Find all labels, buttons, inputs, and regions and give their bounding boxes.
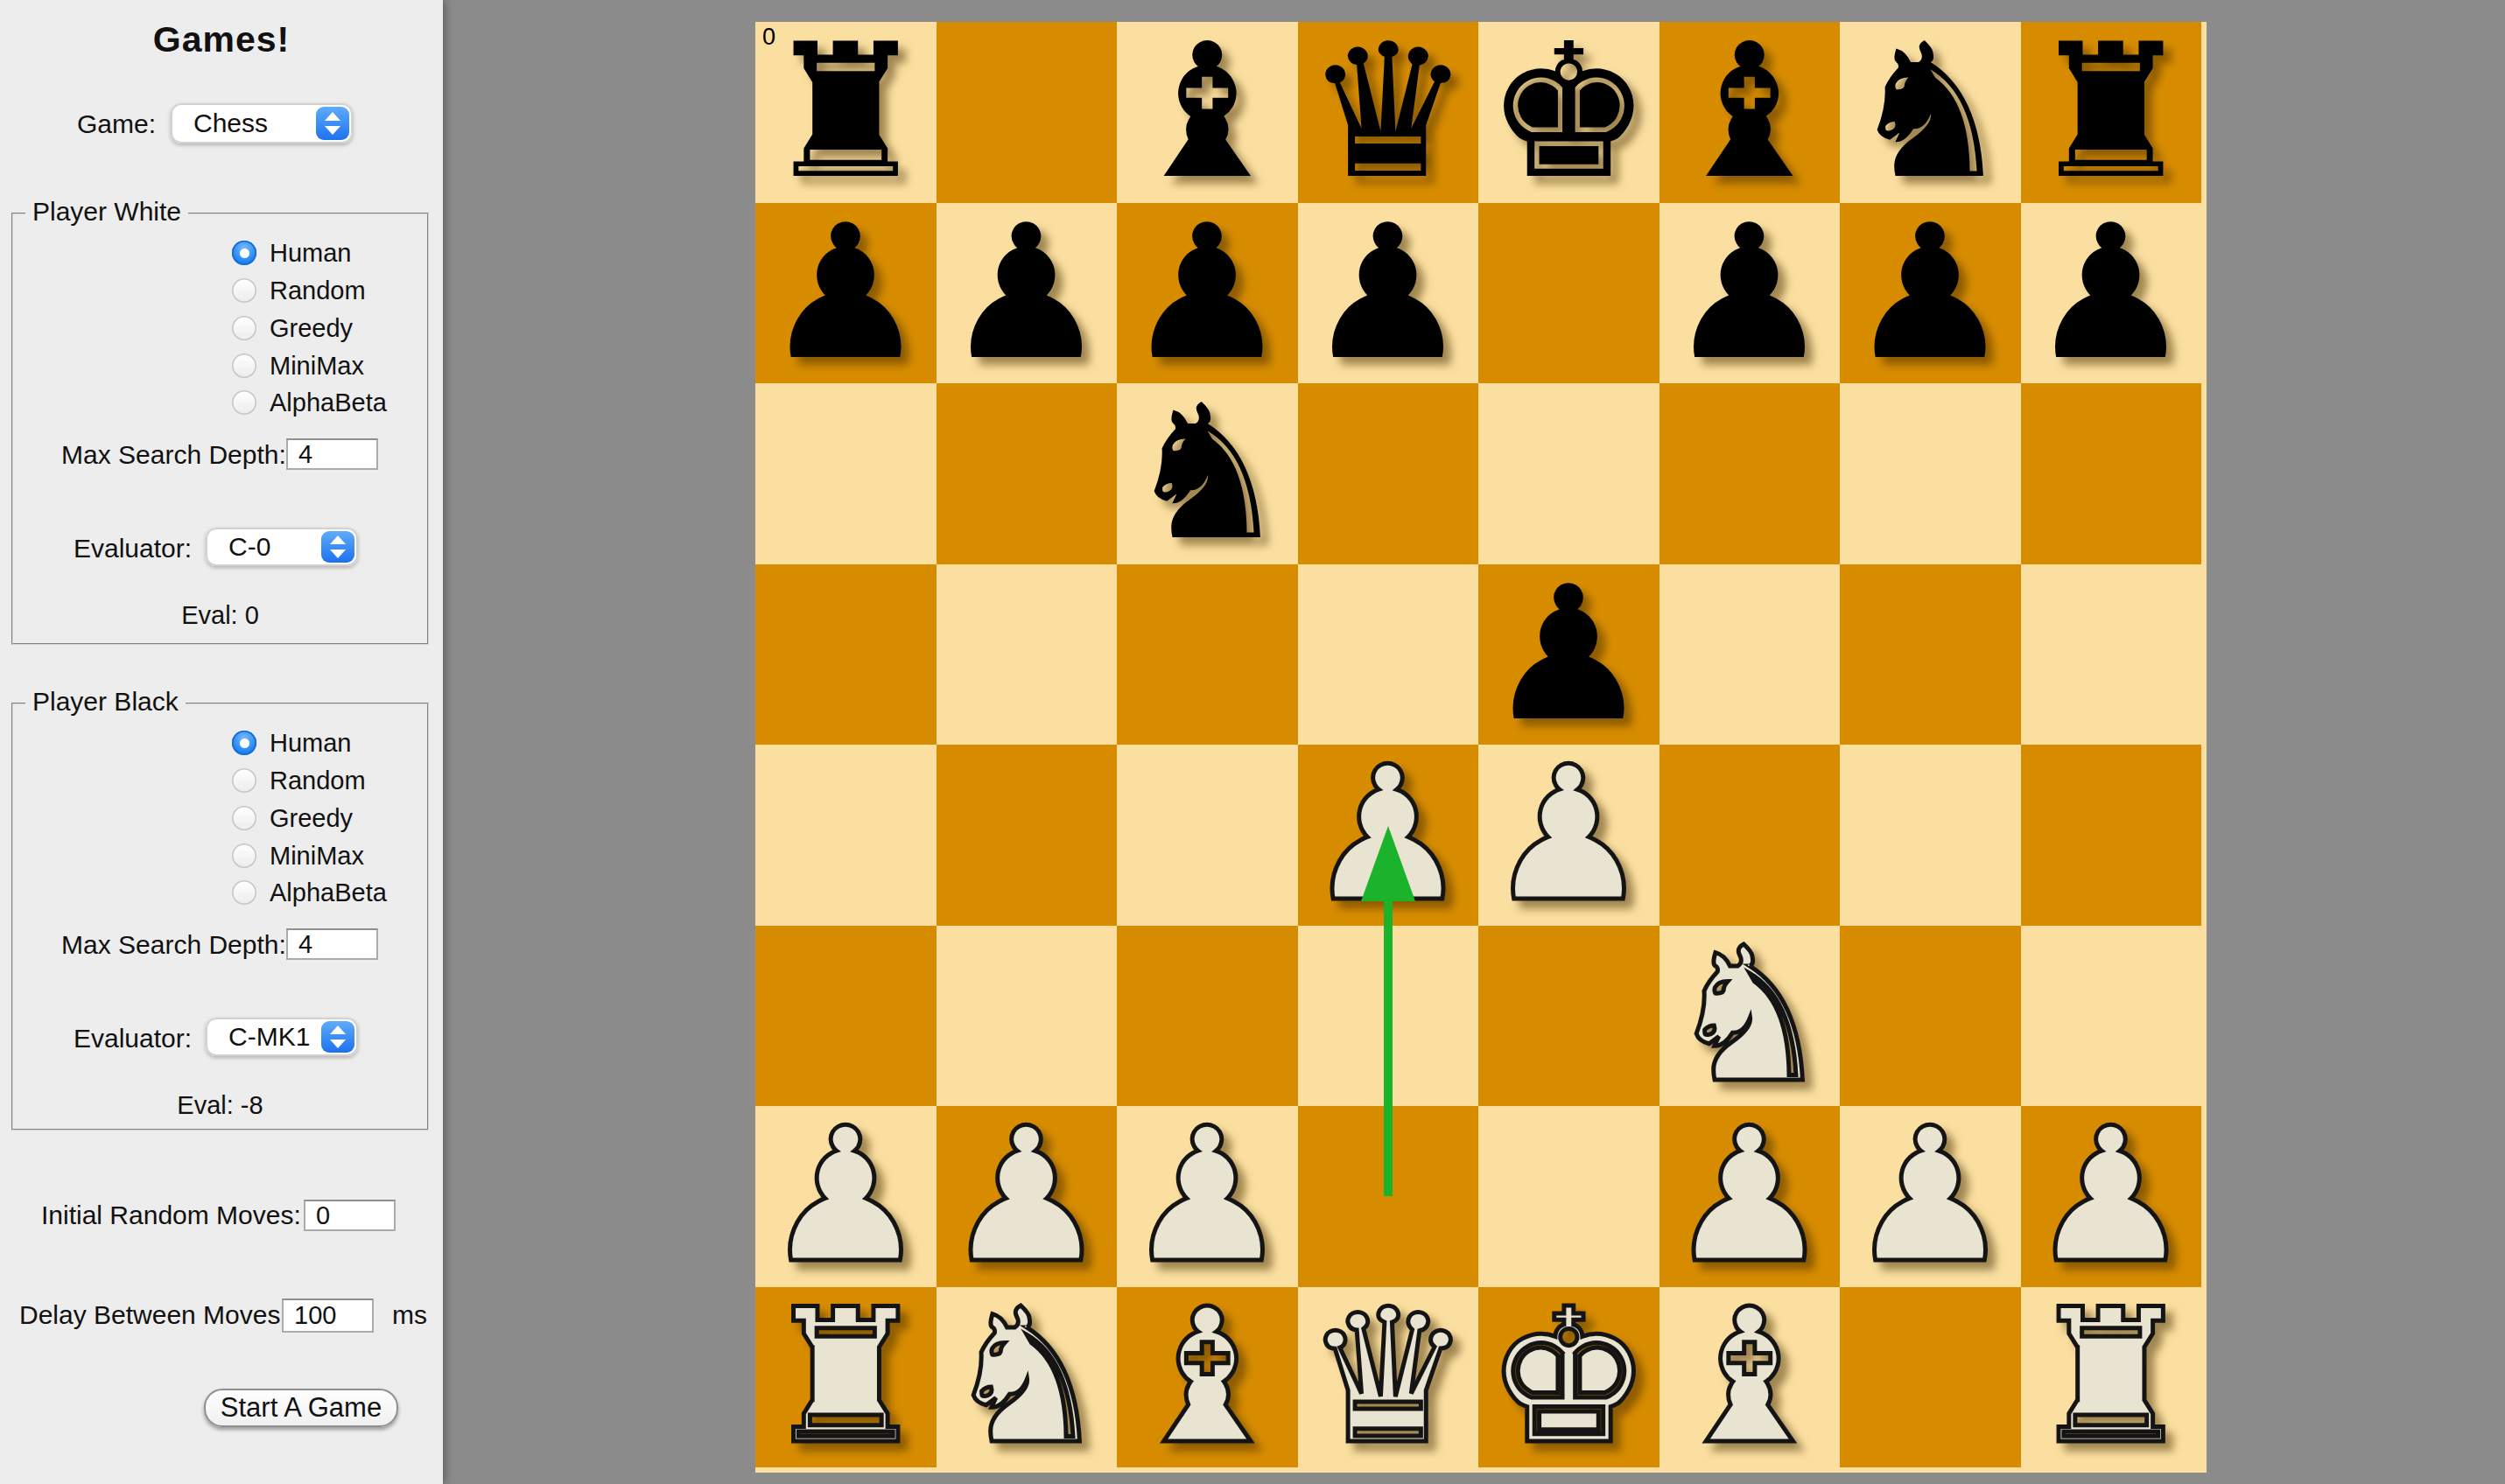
square-e7[interactable] — [1478, 203, 1659, 384]
square-b1[interactable]: ♞ — [937, 1287, 1118, 1468]
white-depth-field[interactable]: 4 — [286, 438, 378, 470]
piece-white-king: ♚ — [1485, 1287, 1652, 1467]
piece-white-pawn: ♟ — [1666, 1106, 1833, 1286]
square-g6[interactable] — [1840, 383, 2021, 564]
white-radio-random[interactable]: Random — [232, 275, 366, 306]
square-h4[interactable] — [2021, 745, 2202, 926]
player-white-title: Player White — [25, 197, 188, 227]
piece-black-pawn: ♟ — [1485, 564, 1652, 745]
piece-white-bishop: ♝ — [1124, 1287, 1290, 1467]
black-radio-alphabeta[interactable]: AlphaBeta — [232, 877, 387, 908]
square-b8[interactable] — [937, 22, 1118, 203]
white-evaluator-label: Evaluator: — [74, 534, 192, 563]
square-b4[interactable] — [937, 745, 1118, 926]
initial-random-moves-label: Initial Random Moves: — [41, 1200, 301, 1230]
piece-white-pawn: ♟ — [1847, 1106, 2013, 1286]
delay-unit-label: ms — [392, 1300, 427, 1330]
square-e6[interactable] — [1478, 383, 1659, 564]
square-a4[interactable] — [755, 745, 937, 926]
radio-icon — [232, 768, 256, 793]
square-c5[interactable] — [1117, 564, 1298, 745]
square-e3[interactable] — [1478, 926, 1659, 1107]
game-dropdown-value: Chess — [193, 108, 268, 138]
radio-icon — [232, 316, 256, 340]
player-black-title: Player Black — [25, 687, 186, 717]
square-a2[interactable]: ♟ — [755, 1106, 937, 1287]
black-depth-label: Max Search Depth: — [61, 930, 286, 960]
piece-black-bishop: ♝ — [1666, 22, 1833, 202]
white-eval-text: Eval: 0 — [13, 601, 427, 630]
black-evaluator-dropdown[interactable]: C-MK1 — [206, 1018, 358, 1056]
square-e4[interactable]: ♟ — [1478, 745, 1659, 926]
square-h2[interactable]: ♟ — [2021, 1106, 2202, 1287]
piece-black-pawn: ♟ — [1124, 203, 1290, 383]
square-f2[interactable]: ♟ — [1659, 1106, 1841, 1287]
initial-random-moves-field[interactable]: 0 — [304, 1200, 396, 1231]
radio-icon — [232, 278, 256, 303]
black-radio-minimax[interactable]: MiniMax — [232, 840, 364, 871]
delay-label: Delay Between Moves: — [19, 1300, 288, 1330]
piece-black-king: ♚ — [1485, 22, 1652, 202]
piece-white-pawn: ♟ — [762, 1106, 929, 1286]
piece-black-knight: ♞ — [1847, 22, 2013, 202]
board-area: 0 ♜♝♛♚♝♞♜♟♟♟♟♟♟♟♞♟♟♟♞♟♟♟♟♟♟♜♞♝♛♚♝♜ — [755, 22, 2207, 1473]
white-evaluator-dropdown[interactable]: C-0 — [206, 528, 358, 566]
square-e2[interactable] — [1478, 1106, 1659, 1287]
player-black-panel: Player Black Human Random Greedy MiniMax… — [11, 703, 429, 1130]
piece-black-pawn: ♟ — [762, 203, 929, 383]
black-radio-random[interactable]: Random — [232, 765, 366, 796]
piece-white-rook: ♜ — [762, 1287, 929, 1467]
square-c7[interactable]: ♟ — [1117, 203, 1298, 384]
square-a6[interactable] — [755, 383, 937, 564]
square-g5[interactable] — [1840, 564, 2021, 745]
game-dropdown[interactable]: Chess — [171, 103, 353, 143]
app-title: Games! — [0, 19, 443, 60]
radio-icon — [232, 843, 256, 868]
square-b6[interactable] — [937, 383, 1118, 564]
square-h5[interactable] — [2021, 564, 2202, 745]
square-d1[interactable]: ♛ — [1298, 1287, 1479, 1468]
square-e8[interactable]: ♚ — [1478, 22, 1659, 203]
square-c2[interactable]: ♟ — [1117, 1106, 1298, 1287]
piece-white-pawn: ♟ — [2028, 1106, 2194, 1286]
square-h8[interactable]: ♜ — [2021, 22, 2202, 203]
square-a3[interactable] — [755, 926, 937, 1107]
piece-white-pawn: ♟ — [944, 1106, 1110, 1286]
piece-white-knight: ♞ — [944, 1287, 1110, 1467]
square-g7[interactable]: ♟ — [1840, 203, 2021, 384]
black-evaluator-label: Evaluator: — [74, 1024, 192, 1053]
black-depth-field[interactable]: 4 — [286, 928, 378, 960]
piece-black-pawn: ♟ — [1305, 203, 1471, 383]
square-g3[interactable] — [1840, 926, 2021, 1107]
game-label: Game: — [77, 109, 156, 139]
last-move-arrow-shaft — [1384, 898, 1393, 1196]
square-e5[interactable]: ♟ — [1478, 564, 1659, 745]
black-radio-greedy[interactable]: Greedy — [232, 802, 353, 834]
square-c8[interactable]: ♝ — [1117, 22, 1298, 203]
piece-white-rook: ♜ — [2028, 1287, 2194, 1467]
piece-black-queen: ♛ — [1305, 22, 1471, 202]
square-h7[interactable]: ♟ — [2021, 203, 2202, 384]
white-evaluator-value: C-0 — [228, 532, 270, 562]
square-e1[interactable]: ♚ — [1478, 1287, 1659, 1468]
square-d7[interactable]: ♟ — [1298, 203, 1479, 384]
square-d8[interactable]: ♛ — [1298, 22, 1479, 203]
square-a1[interactable]: ♜ — [755, 1287, 937, 1468]
radio-selected-icon — [232, 731, 256, 755]
dropdown-stepper-icon — [321, 531, 354, 563]
square-b5[interactable] — [937, 564, 1118, 745]
piece-black-rook: ♜ — [2028, 22, 2194, 202]
settings-sidebar: Games! Game: Chess Player White Human Ra… — [0, 0, 443, 1484]
square-d5[interactable] — [1298, 564, 1479, 745]
square-f4[interactable] — [1659, 745, 1841, 926]
black-radio-human[interactable]: Human — [232, 727, 352, 759]
piece-white-knight: ♞ — [1666, 926, 1833, 1106]
piece-black-pawn: ♟ — [1847, 203, 2013, 383]
square-f3[interactable]: ♞ — [1659, 926, 1841, 1107]
piece-black-bishop: ♝ — [1124, 22, 1290, 202]
square-g1[interactable] — [1840, 1287, 2021, 1468]
dropdown-stepper-icon — [321, 1021, 354, 1053]
square-f6[interactable] — [1659, 383, 1841, 564]
black-eval-text: Eval: -8 — [13, 1091, 427, 1120]
delay-field[interactable]: 100 — [282, 1298, 374, 1333]
square-f8[interactable]: ♝ — [1659, 22, 1841, 203]
piece-black-pawn: ♟ — [2028, 203, 2194, 383]
square-b3[interactable] — [937, 926, 1118, 1107]
radio-selected-icon — [232, 241, 256, 265]
piece-black-pawn: ♟ — [1666, 203, 1833, 383]
piece-black-pawn: ♟ — [944, 203, 1110, 383]
square-d6[interactable] — [1298, 383, 1479, 564]
radio-icon — [232, 806, 256, 830]
square-f7[interactable]: ♟ — [1659, 203, 1841, 384]
square-h1[interactable]: ♜ — [2021, 1287, 2202, 1468]
white-radio-greedy[interactable]: Greedy — [232, 312, 353, 344]
square-c3[interactable] — [1117, 926, 1298, 1107]
square-g4[interactable] — [1840, 745, 2021, 926]
piece-black-rook: ♜ — [762, 22, 929, 202]
square-c4[interactable] — [1117, 745, 1298, 926]
move-counter: 0 — [762, 24, 775, 51]
square-b7[interactable]: ♟ — [937, 203, 1118, 384]
last-move-arrow-head — [1361, 826, 1415, 901]
player-white-panel: Player White Human Random Greedy MiniMax… — [11, 213, 429, 645]
square-c1[interactable]: ♝ — [1117, 1287, 1298, 1468]
white-radio-alphabeta[interactable]: AlphaBeta — [232, 387, 387, 418]
square-a5[interactable] — [755, 564, 937, 745]
game-selector-row: Game: Chess — [0, 103, 443, 143]
radio-icon — [232, 390, 256, 415]
radio-icon — [232, 353, 256, 378]
square-a7[interactable]: ♟ — [755, 203, 937, 384]
piece-white-pawn: ♟ — [1124, 1106, 1290, 1286]
square-a8[interactable]: ♜ — [755, 22, 937, 203]
black-evaluator-value: C-MK1 — [228, 1022, 310, 1052]
square-f5[interactable] — [1659, 564, 1841, 745]
square-h3[interactable] — [2021, 926, 2202, 1107]
radio-icon — [232, 880, 256, 905]
square-f1[interactable]: ♝ — [1659, 1287, 1841, 1468]
piece-white-bishop: ♝ — [1666, 1287, 1833, 1467]
piece-white-queen: ♛ — [1305, 1287, 1471, 1467]
start-game-button[interactable]: Start A Game — [204, 1389, 398, 1427]
dropdown-stepper-icon — [316, 107, 349, 140]
piece-black-knight: ♞ — [1124, 383, 1290, 563]
square-h6[interactable] — [2021, 383, 2202, 564]
piece-white-pawn: ♟ — [1485, 745, 1652, 925]
square-g2[interactable]: ♟ — [1840, 1106, 2021, 1287]
white-depth-label: Max Search Depth: — [61, 440, 286, 470]
square-c6[interactable]: ♞ — [1117, 383, 1298, 564]
white-radio-human[interactable]: Human — [232, 237, 352, 269]
chess-board: ♜♝♛♚♝♞♜♟♟♟♟♟♟♟♞♟♟♟♞♟♟♟♟♟♟♜♞♝♛♚♝♜ — [755, 22, 2201, 1467]
square-g8[interactable]: ♞ — [1840, 22, 2021, 203]
square-b2[interactable]: ♟ — [937, 1106, 1118, 1287]
white-radio-minimax[interactable]: MiniMax — [232, 350, 364, 381]
